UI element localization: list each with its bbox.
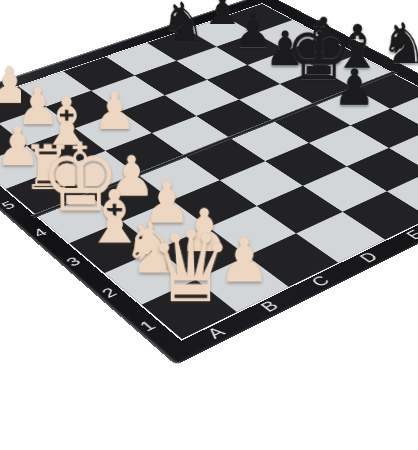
chess-board-frame: ♟♞♟♜♞♟♟♟♝♟♟♟♜♚♝♚♟♟♝♟♞♟♛♟ 12345678ABCDEFG… bbox=[0, 0, 418, 365]
white-queen: ♛ bbox=[127, 218, 255, 316]
file-label-d: D bbox=[352, 248, 385, 267]
file-label-a: A bbox=[198, 322, 234, 345]
file-label-e: E bbox=[399, 226, 418, 244]
black-pawn: ♟ bbox=[304, 63, 406, 113]
board-scene: ♟♞♟♜♞♟♟♟♝♟♟♟♜♚♝♚♟♟♝♟♞♟♛♟ 12345678ABCDEFG… bbox=[0, 0, 418, 365]
chess-board-grid: ♟♞♟♜♞♟♟♟♝♟♟♟♜♚♝♚♟♟♝♟♞♟♛♟ bbox=[0, 3, 418, 341]
product-photo-canvas: ♟♞♟♜♞♟♟♟♝♟♟♟♜♚♝♚♟♟♝♟♞♟♛♟ 12345678ABCDEFG… bbox=[0, 0, 418, 450]
